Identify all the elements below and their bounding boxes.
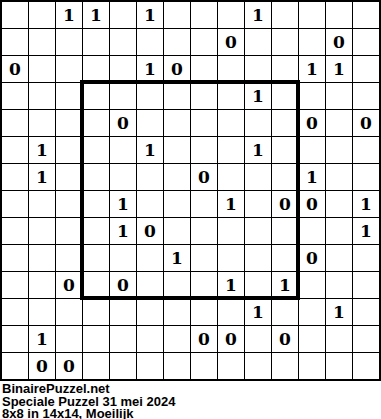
cell-r13c9: 0 bbox=[218, 326, 244, 352]
cell-r11c8[interactable] bbox=[191, 272, 217, 298]
cell-r8c7[interactable] bbox=[164, 191, 190, 217]
cell-r8c9: 1 bbox=[218, 191, 244, 217]
cell-r7c8: 0 bbox=[191, 164, 217, 190]
cell-r8c6[interactable] bbox=[137, 191, 163, 217]
puzzle-board: 1111000101110001111011100110110001111100… bbox=[0, 0, 381, 381]
cell-r3c10[interactable] bbox=[245, 56, 271, 82]
cell-r5c3[interactable] bbox=[56, 110, 82, 136]
cell-r6c2: 1 bbox=[29, 137, 55, 163]
cell-r4c14[interactable] bbox=[353, 83, 379, 109]
cell-r1c3: 1 bbox=[56, 2, 82, 28]
cell-r12c5[interactable] bbox=[110, 299, 136, 325]
cell-r6c3[interactable] bbox=[56, 137, 82, 163]
cell-r8c10[interactable] bbox=[245, 191, 271, 217]
cell-r10c4[interactable] bbox=[83, 245, 109, 271]
cell-r6c4[interactable] bbox=[83, 137, 109, 163]
cell-r7c6[interactable] bbox=[137, 164, 163, 190]
cell-r14c13[interactable] bbox=[326, 353, 352, 379]
cell-r14c5[interactable] bbox=[110, 353, 136, 379]
cell-r10c13[interactable] bbox=[326, 245, 352, 271]
cell-r13c2: 1 bbox=[29, 326, 55, 352]
cell-r10c5[interactable] bbox=[110, 245, 136, 271]
cell-r12c10: 1 bbox=[245, 299, 271, 325]
cell-r9c13[interactable] bbox=[326, 218, 352, 244]
cell-r8c3[interactable] bbox=[56, 191, 82, 217]
cell-r11c2[interactable] bbox=[29, 272, 55, 298]
cell-r12c4[interactable] bbox=[83, 299, 109, 325]
cell-r4c9[interactable] bbox=[218, 83, 244, 109]
cell-r5c4[interactable] bbox=[83, 110, 109, 136]
cell-r10c12: 0 bbox=[299, 245, 325, 271]
cell-r13c14[interactable] bbox=[353, 326, 379, 352]
cell-r8c13[interactable] bbox=[326, 191, 352, 217]
cell-r6c13[interactable] bbox=[326, 137, 352, 163]
cell-r3c8[interactable] bbox=[191, 56, 217, 82]
cell-r7c1[interactable] bbox=[2, 164, 28, 190]
cell-r2c6[interactable] bbox=[137, 29, 163, 55]
cell-r6c1[interactable] bbox=[2, 137, 28, 163]
cell-r8c11: 0 bbox=[272, 191, 298, 217]
cell-r11c4[interactable] bbox=[83, 272, 109, 298]
board-cells: 1111000101110001111011100110110001111100… bbox=[0, 0, 381, 381]
cell-r11c11: 1 bbox=[272, 272, 298, 298]
cell-r8c8[interactable] bbox=[191, 191, 217, 217]
cell-r7c9[interactable] bbox=[218, 164, 244, 190]
cell-r5c11[interactable] bbox=[272, 110, 298, 136]
cell-r4c3[interactable] bbox=[56, 83, 82, 109]
cell-r12c9[interactable] bbox=[218, 299, 244, 325]
cell-r10c11[interactable] bbox=[272, 245, 298, 271]
cell-r13c11: 0 bbox=[272, 326, 298, 352]
cell-r9c5: 1 bbox=[110, 218, 136, 244]
cell-r14c9[interactable] bbox=[218, 353, 244, 379]
cell-r7c2: 1 bbox=[29, 164, 55, 190]
cell-r14c11[interactable] bbox=[272, 353, 298, 379]
cell-r2c11[interactable] bbox=[272, 29, 298, 55]
cell-r5c12: 0 bbox=[299, 110, 325, 136]
cell-r7c4[interactable] bbox=[83, 164, 109, 190]
cell-r1c10: 1 bbox=[245, 2, 271, 28]
cell-r4c13[interactable] bbox=[326, 83, 352, 109]
cell-r6c10: 1 bbox=[245, 137, 271, 163]
cell-r11c10[interactable] bbox=[245, 272, 271, 298]
cell-r3c13: 1 bbox=[326, 56, 352, 82]
cell-r10c1[interactable] bbox=[2, 245, 28, 271]
cell-r4c12[interactable] bbox=[299, 83, 325, 109]
cell-r12c6[interactable] bbox=[137, 299, 163, 325]
cell-r1c5[interactable] bbox=[110, 2, 136, 28]
cell-r7c14[interactable] bbox=[353, 164, 379, 190]
cell-r7c3[interactable] bbox=[56, 164, 82, 190]
cell-r2c8[interactable] bbox=[191, 29, 217, 55]
cell-r9c1[interactable] bbox=[2, 218, 28, 244]
cell-r3c5[interactable] bbox=[110, 56, 136, 82]
cell-r1c2[interactable] bbox=[29, 2, 55, 28]
cell-r8c14: 1 bbox=[353, 191, 379, 217]
cell-r1c1[interactable] bbox=[2, 2, 28, 28]
cell-r11c12[interactable] bbox=[299, 272, 325, 298]
cell-r14c6[interactable] bbox=[137, 353, 163, 379]
cell-r1c11[interactable] bbox=[272, 2, 298, 28]
cell-r8c4[interactable] bbox=[83, 191, 109, 217]
cell-r4c6[interactable] bbox=[137, 83, 163, 109]
cell-r12c13: 1 bbox=[326, 299, 352, 325]
cell-r13c5[interactable] bbox=[110, 326, 136, 352]
cell-r12c11[interactable] bbox=[272, 299, 298, 325]
cell-r13c8: 0 bbox=[191, 326, 217, 352]
cell-r11c13[interactable] bbox=[326, 272, 352, 298]
cell-r5c7[interactable] bbox=[164, 110, 190, 136]
cell-r6c9[interactable] bbox=[218, 137, 244, 163]
cell-r4c8[interactable] bbox=[191, 83, 217, 109]
cell-r4c7[interactable] bbox=[164, 83, 190, 109]
cell-r12c12[interactable] bbox=[299, 299, 325, 325]
cell-r1c14[interactable] bbox=[353, 2, 379, 28]
cell-r2c14[interactable] bbox=[353, 29, 379, 55]
cell-r3c7: 0 bbox=[164, 56, 190, 82]
cell-r1c8[interactable] bbox=[191, 2, 217, 28]
cell-r2c4[interactable] bbox=[83, 29, 109, 55]
cell-r14c14[interactable] bbox=[353, 353, 379, 379]
cell-r8c1[interactable] bbox=[2, 191, 28, 217]
cell-r2c13: 0 bbox=[326, 29, 352, 55]
cell-r14c10[interactable] bbox=[245, 353, 271, 379]
cell-r9c9[interactable] bbox=[218, 218, 244, 244]
cell-r3c6: 1 bbox=[137, 56, 163, 82]
cell-r4c11[interactable] bbox=[272, 83, 298, 109]
cell-r14c12[interactable] bbox=[299, 353, 325, 379]
cell-r6c8[interactable] bbox=[191, 137, 217, 163]
cell-r10c7: 1 bbox=[164, 245, 190, 271]
cell-r10c8[interactable] bbox=[191, 245, 217, 271]
cell-r3c12: 1 bbox=[299, 56, 325, 82]
cell-r4c1[interactable] bbox=[2, 83, 28, 109]
cell-r6c11[interactable] bbox=[272, 137, 298, 163]
cell-r2c3[interactable] bbox=[56, 29, 82, 55]
cell-r7c5[interactable] bbox=[110, 164, 136, 190]
cell-r5c2[interactable] bbox=[29, 110, 55, 136]
cell-r5c8[interactable] bbox=[191, 110, 217, 136]
cell-r6c5[interactable] bbox=[110, 137, 136, 163]
cell-r10c3[interactable] bbox=[56, 245, 82, 271]
cell-r5c13[interactable] bbox=[326, 110, 352, 136]
footer: BinairePuzzel.net Speciale Puzzel 31 mei… bbox=[0, 381, 381, 419]
cell-r7c11[interactable] bbox=[272, 164, 298, 190]
cell-r13c10[interactable] bbox=[245, 326, 271, 352]
cell-r6c7[interactable] bbox=[164, 137, 190, 163]
cell-r7c10[interactable] bbox=[245, 164, 271, 190]
cell-r11c3: 0 bbox=[56, 272, 82, 298]
cell-r11c9: 1 bbox=[218, 272, 244, 298]
cell-r12c1[interactable] bbox=[2, 299, 28, 325]
cell-r10c2[interactable] bbox=[29, 245, 55, 271]
cell-r14c2: 0 bbox=[29, 353, 55, 379]
cell-r3c2[interactable] bbox=[29, 56, 55, 82]
cell-r5c5: 0 bbox=[110, 110, 136, 136]
cell-r9c4[interactable] bbox=[83, 218, 109, 244]
cell-r11c7[interactable] bbox=[164, 272, 190, 298]
cell-r9c3[interactable] bbox=[56, 218, 82, 244]
cell-r5c14: 0 bbox=[353, 110, 379, 136]
cell-r3c4[interactable] bbox=[83, 56, 109, 82]
cell-r4c4[interactable] bbox=[83, 83, 109, 109]
cell-r5c6[interactable] bbox=[137, 110, 163, 136]
cell-r11c5: 0 bbox=[110, 272, 136, 298]
cell-r7c12: 1 bbox=[299, 164, 325, 190]
cell-r2c7[interactable] bbox=[164, 29, 190, 55]
cell-r8c12: 0 bbox=[299, 191, 325, 217]
cell-r2c5[interactable] bbox=[110, 29, 136, 55]
cell-r12c2[interactable] bbox=[29, 299, 55, 325]
cell-r6c12[interactable] bbox=[299, 137, 325, 163]
cell-r10c6[interactable] bbox=[137, 245, 163, 271]
cell-r11c1[interactable] bbox=[2, 272, 28, 298]
cell-r1c6: 1 bbox=[137, 2, 163, 28]
cell-r9c12[interactable] bbox=[299, 218, 325, 244]
cell-r13c1[interactable] bbox=[2, 326, 28, 352]
cell-r8c2[interactable] bbox=[29, 191, 55, 217]
cell-r8c5: 1 bbox=[110, 191, 136, 217]
cell-r3c1: 0 bbox=[2, 56, 28, 82]
cell-r9c6: 0 bbox=[137, 218, 163, 244]
cell-r2c2[interactable] bbox=[29, 29, 55, 55]
cell-r9c8[interactable] bbox=[191, 218, 217, 244]
cell-r1c7[interactable] bbox=[164, 2, 190, 28]
cell-r10c10[interactable] bbox=[245, 245, 271, 271]
cell-r6c14[interactable] bbox=[353, 137, 379, 163]
cell-r13c6[interactable] bbox=[137, 326, 163, 352]
cell-r9c11[interactable] bbox=[272, 218, 298, 244]
cell-r5c10[interactable] bbox=[245, 110, 271, 136]
puzzle-subtitle: 8x8 in 14x14, Moeilijk bbox=[2, 408, 381, 419]
cell-r1c13[interactable] bbox=[326, 2, 352, 28]
cell-r3c9[interactable] bbox=[218, 56, 244, 82]
cell-r1c4: 1 bbox=[83, 2, 109, 28]
cell-r13c4[interactable] bbox=[83, 326, 109, 352]
cell-r2c9: 0 bbox=[218, 29, 244, 55]
cell-r13c7[interactable] bbox=[164, 326, 190, 352]
cell-r3c14[interactable] bbox=[353, 56, 379, 82]
cell-r10c9[interactable] bbox=[218, 245, 244, 271]
cell-r13c3[interactable] bbox=[56, 326, 82, 352]
cell-r1c12[interactable] bbox=[299, 2, 325, 28]
cell-r14c4[interactable] bbox=[83, 353, 109, 379]
cell-r12c14[interactable] bbox=[353, 299, 379, 325]
cell-r2c12[interactable] bbox=[299, 29, 325, 55]
cell-r9c2[interactable] bbox=[29, 218, 55, 244]
cell-r14c3: 0 bbox=[56, 353, 82, 379]
cell-r13c13[interactable] bbox=[326, 326, 352, 352]
cell-r13c12[interactable] bbox=[299, 326, 325, 352]
cell-r10c14[interactable] bbox=[353, 245, 379, 271]
cell-r5c9[interactable] bbox=[218, 110, 244, 136]
cell-r9c14: 1 bbox=[353, 218, 379, 244]
cell-r4c2[interactable] bbox=[29, 83, 55, 109]
cell-r14c1[interactable] bbox=[2, 353, 28, 379]
cell-r4c10: 1 bbox=[245, 83, 271, 109]
cell-r3c11[interactable] bbox=[272, 56, 298, 82]
cell-r5c1[interactable] bbox=[2, 110, 28, 136]
cell-r6c6: 1 bbox=[137, 137, 163, 163]
cell-r4c5[interactable] bbox=[110, 83, 136, 109]
cell-r1c9[interactable] bbox=[218, 2, 244, 28]
cell-r11c14[interactable] bbox=[353, 272, 379, 298]
cell-r7c7[interactable] bbox=[164, 164, 190, 190]
cell-r14c7[interactable] bbox=[164, 353, 190, 379]
cell-r2c1[interactable] bbox=[2, 29, 28, 55]
cell-r7c13[interactable] bbox=[326, 164, 352, 190]
cell-r9c7[interactable] bbox=[164, 218, 190, 244]
cell-r2c10[interactable] bbox=[245, 29, 271, 55]
cell-r14c8[interactable] bbox=[191, 353, 217, 379]
cell-r3c3[interactable] bbox=[56, 56, 82, 82]
cell-r12c3[interactable] bbox=[56, 299, 82, 325]
cell-r12c8[interactable] bbox=[191, 299, 217, 325]
cell-r12c7[interactable] bbox=[164, 299, 190, 325]
cell-r11c6[interactable] bbox=[137, 272, 163, 298]
cell-r9c10[interactable] bbox=[245, 218, 271, 244]
